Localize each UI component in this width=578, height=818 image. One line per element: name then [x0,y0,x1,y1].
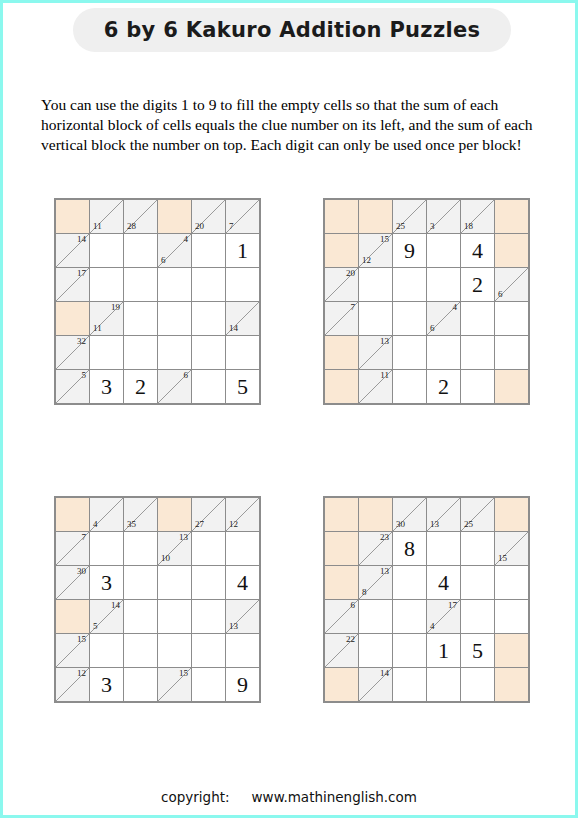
right-clue-number: 15 [77,635,86,644]
down-clue-number: 14 [229,324,238,333]
empty-cell[interactable] [124,532,157,565]
clue-cell: 25 [461,498,494,531]
empty-cell[interactable] [461,532,494,565]
down-clue-number: 12 [229,520,238,529]
empty-cell[interactable] [192,370,225,403]
kakuro-puzzle-top-left: 112820714461171911143253265 [54,198,261,405]
empty-cell[interactable] [495,566,528,599]
right-clue-number: 17 [77,269,86,278]
empty-cell[interactable] [393,600,426,633]
right-clue-number: 7 [351,303,356,312]
empty-cell[interactable] [461,370,494,403]
down-clue-number: 10 [161,554,170,563]
empty-cell[interactable] [495,336,528,369]
clue-cell: 174 [427,600,460,633]
filled-cell[interactable]: 1 [226,234,259,267]
empty-cell[interactable] [124,336,157,369]
empty-cell[interactable] [226,268,259,301]
clue-cell: 32 [56,336,89,369]
filled-cell[interactable]: 5 [461,634,494,667]
clue-cell: 6 [325,600,358,633]
filled-cell[interactable]: 2 [427,370,460,403]
kakuro-puzzle-bottom-right: 3013252381513846174221514 [323,496,530,703]
right-clue-number: 20 [346,269,355,278]
blocked-cell [325,668,358,701]
cell-digit: 8 [404,538,415,560]
cell-digit: 1 [237,240,248,262]
empty-cell[interactable] [124,600,157,633]
blocked-cell [495,634,528,667]
cell-digit: 3 [101,376,112,398]
filled-cell[interactable]: 4 [427,566,460,599]
down-clue-number: 3 [430,222,435,231]
empty-cell[interactable] [192,668,225,701]
clue-cell: 1310 [158,532,191,565]
blocked-cell [495,370,528,403]
empty-cell[interactable] [427,268,460,301]
right-clue-number: 4 [453,303,458,312]
blocked-cell [158,498,191,531]
right-clue-number: 7 [82,533,87,542]
clue-cell: 7 [56,532,89,565]
right-clue-number: 23 [380,533,389,542]
empty-cell[interactable] [393,302,426,335]
clue-cell: 1911 [90,302,123,335]
down-clue-number: 27 [195,520,204,529]
empty-cell[interactable] [192,600,225,633]
filled-cell[interactable]: 2 [461,268,494,301]
empty-cell[interactable] [158,336,191,369]
cell-digit: 3 [101,572,112,594]
clue-cell: 15 [56,634,89,667]
empty-cell[interactable] [495,302,528,335]
cell-digit: 2 [472,274,483,296]
down-clue-number: 6 [430,324,435,333]
right-clue-number: 6 [184,371,189,380]
copyright-label: copyright: [161,789,230,805]
cell-digit: 3 [101,674,112,696]
empty-cell[interactable] [90,268,123,301]
empty-cell[interactable] [158,600,191,633]
down-clue-number: 18 [464,222,473,231]
down-clue-number: 30 [396,520,405,529]
down-clue-number: 5 [93,622,98,631]
empty-cell[interactable] [427,234,460,267]
blocked-cell [158,200,191,233]
page-title: 6 by 6 Kakuro Addition Puzzles [104,18,481,42]
clue-cell: 7 [226,200,259,233]
blocked-cell [359,498,392,531]
empty-cell[interactable] [158,566,191,599]
right-clue-number: 12 [77,669,86,678]
clue-cell: 14 [56,234,89,267]
clue-cell: 18 [461,200,494,233]
filled-cell[interactable]: 2 [124,370,157,403]
blocked-cell [325,498,358,531]
blocked-cell [56,498,89,531]
right-clue-number: 17 [448,601,457,610]
cell-digit: 2 [135,376,146,398]
clue-cell: 13 [359,336,392,369]
down-clue-number: 15 [498,554,507,563]
blocked-cell [495,498,528,531]
right-clue-number: 14 [111,601,120,610]
cell-digit: 9 [237,674,248,696]
clue-cell: 22 [325,634,358,667]
right-clue-number: 14 [77,235,86,244]
right-clue-number: 15 [179,669,188,678]
empty-cell[interactable] [158,302,191,335]
empty-cell[interactable] [192,234,225,267]
right-clue-number: 11 [380,371,389,380]
clue-cell: 46 [158,234,191,267]
down-clue-number: 35 [127,520,136,529]
blocked-cell [495,200,528,233]
empty-cell[interactable] [359,302,392,335]
clue-cell: 6 [495,268,528,301]
empty-cell[interactable] [226,532,259,565]
empty-cell[interactable] [495,600,528,633]
clue-cell: 13 [427,498,460,531]
clue-cell: 30 [56,566,89,599]
right-clue-number: 13 [179,533,188,542]
clue-cell: 23 [359,532,392,565]
empty-cell[interactable] [124,302,157,335]
clue-cell: 30 [393,498,426,531]
clue-cell: 138 [359,566,392,599]
filled-cell[interactable]: 3 [90,370,123,403]
filled-cell[interactable]: 9 [226,668,259,701]
down-clue-number: 6 [161,256,166,265]
blocked-cell [56,600,89,633]
blocked-cell [359,200,392,233]
empty-cell[interactable] [359,600,392,633]
empty-cell[interactable] [427,668,460,701]
empty-cell[interactable] [124,234,157,267]
filled-cell[interactable]: 5 [226,370,259,403]
down-clue-number: 25 [396,222,405,231]
clue-cell: 12 [56,668,89,701]
filled-cell[interactable]: 4 [461,234,494,267]
clue-cell: 5 [56,370,89,403]
empty-cell[interactable] [461,600,494,633]
clue-cell: 20 [192,200,225,233]
clue-cell: 35 [124,498,157,531]
right-clue-number: 32 [77,337,86,346]
right-clue-number: 14 [380,669,389,678]
filled-cell[interactable]: 4 [226,566,259,599]
cell-digit: 1 [438,640,449,662]
clue-cell: 1512 [359,234,392,267]
empty-cell[interactable] [158,268,191,301]
instructions-text: You can use the digits 1 to 9 to fill th… [41,95,551,156]
empty-cell[interactable] [393,668,426,701]
down-clue-number: 4 [93,520,98,529]
clue-cell: 28 [124,200,157,233]
empty-cell[interactable] [90,634,123,667]
empty-cell[interactable] [192,336,225,369]
empty-cell[interactable] [461,336,494,369]
clue-cell: 11 [90,200,123,233]
title-pill: 6 by 6 Kakuro Addition Puzzles [73,8,511,52]
down-clue-number: 4 [430,622,435,631]
empty-cell[interactable] [192,634,225,667]
down-clue-number: 11 [93,324,102,333]
down-clue-number: 12 [362,256,371,265]
cell-digit: 5 [472,640,483,662]
empty-cell[interactable] [124,566,157,599]
clue-cell: 4 [90,498,123,531]
clue-cell: 7 [325,302,358,335]
down-clue-number: 8 [362,588,367,597]
empty-cell[interactable] [461,302,494,335]
empty-cell[interactable] [393,268,426,301]
right-clue-number: 5 [82,371,87,380]
clue-cell: 6 [158,370,191,403]
down-clue-number: 13 [229,622,238,631]
blocked-cell [325,336,358,369]
empty-cell[interactable] [90,336,123,369]
blocked-cell [495,668,528,701]
empty-cell[interactable] [393,566,426,599]
blocked-cell [56,200,89,233]
empty-cell[interactable] [461,668,494,701]
clue-cell: 11 [359,370,392,403]
blocked-cell [325,234,358,267]
empty-cell[interactable] [393,370,426,403]
empty-cell[interactable] [359,268,392,301]
filled-cell[interactable]: 3 [90,668,123,701]
empty-cell[interactable] [427,532,460,565]
blocked-cell [495,234,528,267]
clue-cell: 12 [226,498,259,531]
cell-digit: 4 [472,240,483,262]
cell-digit: 4 [438,572,449,594]
empty-cell[interactable] [124,634,157,667]
empty-cell[interactable] [192,302,225,335]
right-clue-number: 15 [380,235,389,244]
blocked-cell [325,200,358,233]
clue-cell: 20 [325,268,358,301]
empty-cell[interactable] [359,634,392,667]
down-clue-number: 13 [430,520,439,529]
right-clue-number: 19 [111,303,120,312]
down-clue-number: 11 [93,222,102,231]
clue-cell: 15 [495,532,528,565]
empty-cell[interactable] [90,234,123,267]
cell-digit: 2 [438,376,449,398]
right-clue-number: 6 [351,601,356,610]
down-clue-number: 6 [498,290,503,299]
down-clue-number: 28 [127,222,136,231]
right-clue-number: 30 [77,567,86,576]
empty-cell[interactable] [427,336,460,369]
blocked-cell [325,532,358,565]
empty-cell[interactable] [226,336,259,369]
clue-cell: 15 [158,668,191,701]
empty-cell[interactable] [90,532,123,565]
empty-cell[interactable] [192,268,225,301]
filled-cell[interactable]: 1 [427,634,460,667]
blocked-cell [325,370,358,403]
empty-cell[interactable] [124,668,157,701]
blocked-cell [325,566,358,599]
filled-cell[interactable]: 3 [90,566,123,599]
kakuro-puzzle-bottom-left: 43527127131030341451315123159 [54,496,261,703]
clue-cell: 14 [359,668,392,701]
down-clue-number: 7 [229,222,234,231]
clue-cell: 3 [427,200,460,233]
empty-cell[interactable] [461,566,494,599]
blocked-cell [56,302,89,335]
down-clue-number: 20 [195,222,204,231]
empty-cell[interactable] [124,268,157,301]
empty-cell[interactable] [192,532,225,565]
empty-cell[interactable] [226,634,259,667]
kakuro-puzzle-top-right: 25318151294202674613112 [323,198,530,405]
clue-cell: 27 [192,498,225,531]
cell-digit: 4 [237,572,248,594]
empty-cell[interactable] [192,566,225,599]
clue-cell: 46 [427,302,460,335]
clue-cell: 14 [226,302,259,335]
right-clue-number: 13 [380,567,389,576]
clue-cell: 13 [226,600,259,633]
clue-cell: 145 [90,600,123,633]
right-clue-number: 13 [380,337,389,346]
right-clue-number: 4 [184,235,189,244]
website-link[interactable]: www.mathinenglish.com [252,789,417,805]
empty-cell[interactable] [393,336,426,369]
empty-cell[interactable] [393,634,426,667]
kakuro-worksheet-page: { "game": "kakuro", "page": { "title": "… [0,0,578,818]
clue-cell: 17 [56,268,89,301]
empty-cell[interactable] [158,634,191,667]
cell-digit: 9 [404,240,415,262]
filled-cell[interactable]: 9 [393,234,426,267]
filled-cell[interactable]: 8 [393,532,426,565]
right-clue-number: 22 [346,635,355,644]
clue-cell: 25 [393,200,426,233]
footer: copyright:www.mathinenglish.com [3,789,575,805]
cell-digit: 5 [237,376,248,398]
down-clue-number: 25 [464,520,473,529]
